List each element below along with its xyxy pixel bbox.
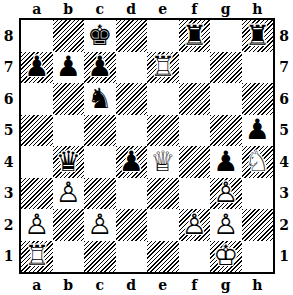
piece-glyph: ♘ [245,148,270,176]
file-label-g-bottom: g [210,276,242,295]
piece-glyph: ♙ [87,211,112,239]
rank-label-1-right: 1 [276,241,292,273]
square-e5[interactable] [147,115,179,147]
piece-white-pawn[interactable]: ♟♙ [179,209,211,241]
piece-white-pawn[interactable]: ♟♙ [53,178,85,210]
rank-label-5-left: 5 [0,115,17,147]
rank-label-4-left: 4 [0,146,17,178]
piece-white-knight[interactable]: ♞♘ [242,146,274,178]
piece-glyph: ♙ [182,211,207,239]
piece-glyph: ♖ [150,53,175,81]
file-labels-bottom: abcdefgh [21,276,273,295]
square-e3[interactable] [147,178,179,210]
file-label-h-bottom: h [242,276,274,295]
square-d6[interactable] [116,83,148,115]
rank-label-3-left: 3 [0,178,17,210]
piece-glyph: ♟ [56,53,81,81]
rank-label-7-right: 7 [276,52,292,84]
piece-glyph: ♜ [182,22,207,50]
chess-board: ♚♚♜♜♜♜♟♟♟♟♟♟♜♖♞♞♟♟♛♛♟♟♛♕♟♟♞♘♟♙♟♙♟♙♟♙♟♙♟♙… [19,18,275,274]
piece-black-pawn[interactable]: ♟♟ [53,52,85,84]
square-g7[interactable] [210,52,242,84]
square-b1[interactable] [53,241,85,273]
square-d4[interactable]: ♟♟ [116,146,148,178]
square-b7[interactable]: ♟♟ [53,52,85,84]
square-a1[interactable]: ♜♖ [21,241,53,273]
file-label-g-top: g [210,0,242,17]
square-f7[interactable] [179,52,211,84]
piece-glyph: ♙ [24,211,49,239]
piece-glyph: ♙ [213,211,238,239]
file-label-e-bottom: e [147,276,179,295]
square-f2[interactable]: ♟♙ [179,209,211,241]
square-b5[interactable] [53,115,85,147]
square-e8[interactable] [147,20,179,52]
piece-black-pawn[interactable]: ♟♟ [21,52,53,84]
file-label-c-bottom: c [84,276,116,295]
piece-white-rook[interactable]: ♜♖ [21,241,53,273]
file-label-d-bottom: d [116,276,148,295]
square-e7[interactable]: ♜♖ [147,52,179,84]
square-b3[interactable]: ♟♙ [53,178,85,210]
piece-glyph: ♚ [87,22,112,50]
square-f6[interactable] [179,83,211,115]
square-h6[interactable] [242,83,274,115]
piece-glyph: ♙ [56,179,81,207]
rank-label-5-right: 5 [276,115,292,147]
piece-glyph: ♞ [87,85,112,113]
square-c4[interactable] [84,146,116,178]
file-label-b-top: b [53,0,85,17]
square-h2[interactable] [242,209,274,241]
rank-label-3-right: 3 [276,178,292,210]
square-h7[interactable] [242,52,274,84]
piece-white-pawn[interactable]: ♟♙ [210,209,242,241]
piece-black-rook[interactable]: ♜♜ [179,20,211,52]
piece-white-queen[interactable]: ♛♕ [147,146,179,178]
piece-black-rook[interactable]: ♜♜ [242,20,274,52]
square-h5[interactable]: ♟♟ [242,115,274,147]
square-a7[interactable]: ♟♟ [21,52,53,84]
square-c6[interactable]: ♞♞ [84,83,116,115]
file-label-b-bottom: b [53,276,85,295]
piece-glyph: ♙ [213,179,238,207]
square-a5[interactable] [21,115,53,147]
square-a2[interactable]: ♟♙ [21,209,53,241]
square-b2[interactable] [53,209,85,241]
piece-glyph: ♕ [150,148,175,176]
piece-white-pawn[interactable]: ♟♙ [210,178,242,210]
square-f8[interactable]: ♜♜ [179,20,211,52]
piece-glyph: ♟ [213,148,238,176]
square-b8[interactable] [53,20,85,52]
square-c1[interactable] [84,241,116,273]
piece-black-pawn[interactable]: ♟♟ [84,52,116,84]
piece-glyph: ♔ [213,242,238,270]
square-f1[interactable] [179,241,211,273]
square-h3[interactable] [242,178,274,210]
square-a6[interactable] [21,83,53,115]
square-b6[interactable] [53,83,85,115]
rank-label-1-left: 1 [0,241,17,273]
square-g1[interactable]: ♚♔ [210,241,242,273]
rank-label-2-left: 2 [0,209,17,241]
rank-labels-left: 87654321 [0,20,17,272]
piece-black-pawn[interactable]: ♟♟ [242,115,274,147]
file-label-c-top: c [84,0,116,17]
square-a3[interactable] [21,178,53,210]
square-c5[interactable] [84,115,116,147]
rank-label-8-left: 8 [0,20,17,52]
square-g2[interactable]: ♟♙ [210,209,242,241]
rank-label-8-right: 8 [276,20,292,52]
piece-white-pawn[interactable]: ♟♙ [21,209,53,241]
file-labels-top: abcdefgh [21,0,273,17]
square-c2[interactable]: ♟♙ [84,209,116,241]
piece-white-king[interactable]: ♚♔ [210,241,242,273]
square-g6[interactable] [210,83,242,115]
rank-label-6-right: 6 [276,83,292,115]
square-g4[interactable]: ♟♟ [210,146,242,178]
square-c7[interactable]: ♟♟ [84,52,116,84]
rank-labels-right: 87654321 [276,20,292,272]
file-label-f-bottom: f [179,276,211,295]
square-h4[interactable]: ♞♘ [242,146,274,178]
chess-diagram: abcdefgh 87654321 ♚♚♜♜♜♜♟♟♟♟♟♟♜♖♞♞♟♟♛♛♟♟… [0,0,293,295]
square-a8[interactable] [21,20,53,52]
piece-glyph: ♟ [87,53,112,81]
file-label-a-top: a [21,0,53,17]
piece-glyph: ♟ [119,148,144,176]
piece-black-pawn[interactable]: ♟♟ [116,146,148,178]
file-label-h-top: h [242,0,274,17]
square-d8[interactable] [116,20,148,52]
square-g8[interactable] [210,20,242,52]
square-d1[interactable] [116,241,148,273]
square-d2[interactable] [116,209,148,241]
file-label-e-top: e [147,0,179,17]
piece-black-queen[interactable]: ♛♛ [53,146,85,178]
piece-glyph: ♛ [56,148,81,176]
rank-label-7-left: 7 [0,52,17,84]
square-d5[interactable] [116,115,148,147]
file-label-f-top: f [179,0,211,17]
piece-black-king[interactable]: ♚♚ [84,20,116,52]
square-e4[interactable]: ♛♕ [147,146,179,178]
square-f4[interactable] [179,146,211,178]
square-f3[interactable] [179,178,211,210]
piece-glyph: ♖ [24,242,49,270]
square-d3[interactable] [116,178,148,210]
rank-label-4-right: 4 [276,146,292,178]
piece-glyph: ♟ [245,116,270,144]
square-c3[interactable] [84,178,116,210]
square-d7[interactable] [116,52,148,84]
piece-black-knight[interactable]: ♞♞ [84,83,116,115]
square-g3[interactable]: ♟♙ [210,178,242,210]
piece-white-pawn[interactable]: ♟♙ [84,209,116,241]
square-f5[interactable] [179,115,211,147]
square-c8[interactable]: ♚♚ [84,20,116,52]
square-g5[interactable] [210,115,242,147]
square-e2[interactable] [147,209,179,241]
square-a4[interactable] [21,146,53,178]
square-b4[interactable]: ♛♛ [53,146,85,178]
square-e6[interactable] [147,83,179,115]
file-label-d-top: d [116,0,148,17]
piece-white-rook[interactable]: ♜♖ [147,52,179,84]
rank-label-6-left: 6 [0,83,17,115]
piece-glyph: ♟ [24,53,49,81]
square-h8[interactable]: ♜♜ [242,20,274,52]
file-label-a-bottom: a [21,276,53,295]
square-h1[interactable] [242,241,274,273]
piece-black-pawn[interactable]: ♟♟ [210,146,242,178]
piece-glyph: ♜ [245,22,270,50]
square-e1[interactable] [147,241,179,273]
rank-label-2-right: 2 [276,209,292,241]
